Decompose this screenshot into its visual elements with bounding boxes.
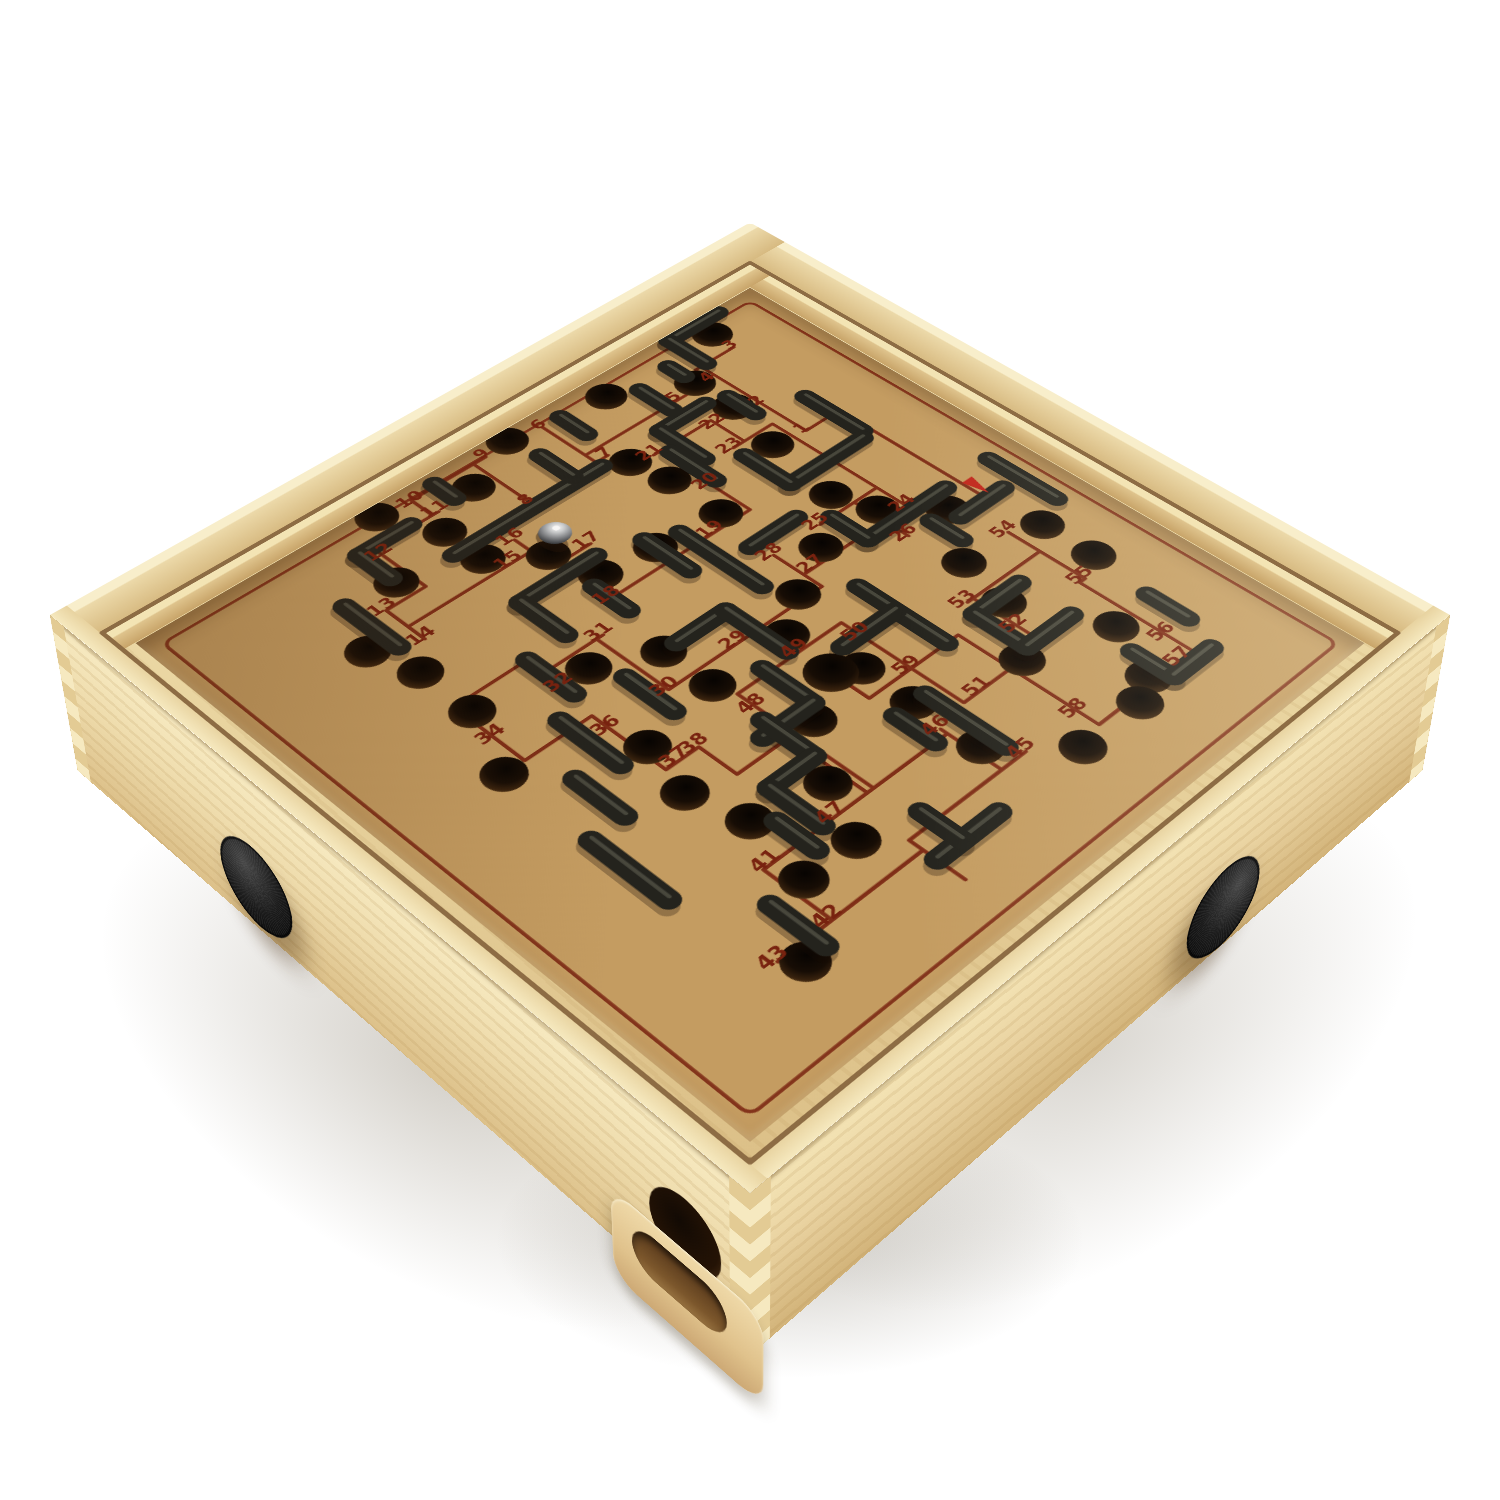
hole: [679, 662, 746, 708]
hole: [828, 646, 895, 692]
wall-shadow: [769, 911, 825, 952]
station-number: 49: [773, 634, 813, 661]
maze-wall-highlight: [938, 809, 1000, 857]
maze-wall: [776, 821, 816, 850]
hole: [613, 723, 682, 772]
wall-shadow: [775, 827, 815, 856]
station-number: 57: [1157, 642, 1197, 669]
station-number: 32: [537, 667, 578, 695]
hole: [989, 637, 1056, 682]
maze-wall: [676, 610, 725, 643]
maze-wall: [726, 610, 787, 651]
maze-wall-highlight: [771, 902, 826, 943]
maze-wall: [1148, 594, 1188, 618]
maze-wall-highlight: [576, 776, 626, 813]
wall-shadow: [573, 785, 623, 823]
wall-shadow: [624, 682, 673, 717]
maze-wall-highlight: [1027, 612, 1072, 645]
wall-shadow: [342, 612, 397, 653]
station-number: 58: [1051, 693, 1092, 722]
rim-top-near-front: [50, 606, 767, 1193]
maze-wall-highlight: [770, 753, 815, 785]
maze-wall-highlight: [896, 713, 936, 740]
right-tilt-knob[interactable]: [1182, 836, 1265, 979]
wall-shadow: [589, 847, 667, 907]
station-number: 1: [787, 419, 814, 436]
station-number: 36: [584, 711, 626, 740]
station-number: 48: [730, 689, 771, 718]
tilting-frame: 1234567891011121314151617181920212223242…: [106, 265, 1394, 1159]
wall-shadow: [768, 794, 821, 832]
wall-shadow: [724, 616, 785, 657]
hole: [768, 853, 841, 907]
maze-wall: [527, 660, 574, 694]
front-tilt-knob[interactable]: [215, 816, 297, 959]
station-number: 37: [652, 742, 694, 772]
hole: [650, 768, 720, 818]
station-number: 42: [803, 899, 848, 932]
maze-wall-highlight: [763, 718, 815, 754]
maze-wall: [926, 694, 1007, 747]
maze-wall-highlight: [528, 657, 575, 691]
maze-wall-highlight: [843, 608, 896, 645]
hole: [438, 688, 506, 735]
wall-shadow: [675, 616, 725, 649]
maze-wall: [937, 812, 999, 860]
hole: [1106, 679, 1174, 726]
station-number: 45: [999, 733, 1041, 763]
hole: [555, 646, 622, 692]
hole: [1083, 605, 1149, 649]
hole: [1048, 723, 1117, 772]
hole: [387, 650, 454, 696]
maze-wall: [560, 720, 621, 765]
station-number: 51: [955, 672, 996, 700]
maze-wall-highlight: [561, 718, 622, 763]
maze-wall: [591, 840, 669, 899]
hole: [1115, 654, 1182, 700]
hole: [630, 629, 697, 674]
maze-wall: [975, 614, 1027, 647]
station-number: 29: [712, 626, 752, 653]
hole: [880, 679, 948, 726]
wall-shadow: [762, 708, 812, 743]
maze-wall-highlight: [926, 691, 1006, 744]
wall-shadow: [526, 665, 573, 699]
maze-wall: [625, 677, 674, 712]
station-number: 3: [716, 337, 742, 352]
labyrinth-box: 1234567891011121314151617181920212223242…: [50, 223, 1450, 1193]
station-number: 56: [1140, 618, 1180, 645]
maze-wall: [1132, 652, 1173, 677]
maze-wall-highlight: [1174, 645, 1212, 674]
wall-shadow: [761, 674, 812, 708]
station-number: 30: [642, 672, 683, 700]
maze-wall-highlight: [626, 674, 675, 709]
hole: [714, 796, 785, 848]
maze-wall: [520, 602, 566, 635]
hole: [820, 814, 892, 866]
maze-wall: [770, 905, 825, 946]
maze-wall: [763, 720, 815, 756]
rim-top-near-right: [733, 606, 1450, 1193]
station-number: 50: [834, 618, 874, 645]
maze-wall-highlight: [592, 837, 670, 896]
hole: [779, 697, 847, 745]
product-photo-stage: 1234567891011121314151617181920212223242…: [0, 0, 1500, 1500]
wall-shadow: [936, 818, 998, 866]
wall-shadow: [558, 726, 619, 771]
wall-shadow: [761, 726, 813, 762]
station-number: 47: [808, 797, 851, 828]
hole: [469, 750, 539, 800]
maze-wall-highlight: [777, 818, 817, 847]
maze-wall-highlight: [521, 600, 567, 632]
maze-wall: [895, 716, 935, 743]
maze-graphics: 1234567891011121314151617181920212223242…: [136, 288, 1365, 1142]
wall-shadow: [920, 818, 962, 847]
station-number: 38: [672, 728, 714, 757]
box-top-face: 1234567891011121314151617181920212223242…: [50, 223, 1450, 1193]
maze-board: 1234567891011121314151617181920212223242…: [136, 288, 1365, 1142]
hole: [754, 613, 820, 658]
maze-wall-highlight: [975, 612, 1027, 645]
wall-shadow: [895, 722, 935, 749]
maze-wall-highlight: [1132, 649, 1173, 674]
maze-wall: [575, 779, 625, 816]
maze-wall-highlight: [770, 785, 823, 823]
wall-shadow: [1026, 620, 1071, 653]
wall-shadow: [974, 620, 1026, 653]
maze-wall: [921, 812, 963, 841]
wall-shadow: [1132, 657, 1173, 682]
maze-wall: [763, 703, 813, 738]
hole: [576, 379, 636, 415]
hole: [946, 723, 1015, 772]
maze-wall: [1027, 614, 1072, 647]
maze-wall: [762, 668, 813, 702]
wall-shadow: [841, 616, 894, 653]
station-number: 46: [914, 711, 955, 740]
maze-wall-highlight: [763, 700, 813, 735]
station-number: 59: [885, 651, 925, 679]
walls-layer: [251, 304, 1256, 983]
scene-3d: 1234567891011121314151617181920212223242…: [0, 0, 1500, 1500]
maze-wall-highlight: [763, 666, 813, 700]
maze-wall: [1173, 647, 1211, 676]
station-number: 34: [468, 719, 510, 748]
maze-wall: [770, 756, 815, 788]
station-number: 41: [742, 844, 786, 876]
end-hole: [791, 646, 871, 700]
hole: [768, 933, 843, 990]
hole: [766, 573, 831, 616]
maze-wall: [842, 610, 895, 647]
wall-shadow: [768, 762, 813, 794]
station-number: 14: [400, 622, 440, 649]
maze-wall: [770, 788, 823, 826]
station-number: 43: [749, 940, 794, 974]
maze-wall-highlight: [921, 809, 963, 838]
hole: [793, 759, 863, 809]
wall-shadow: [1173, 653, 1211, 683]
hole: [334, 629, 401, 674]
wall-shadow: [925, 700, 1006, 753]
station-number: 31: [577, 618, 617, 645]
